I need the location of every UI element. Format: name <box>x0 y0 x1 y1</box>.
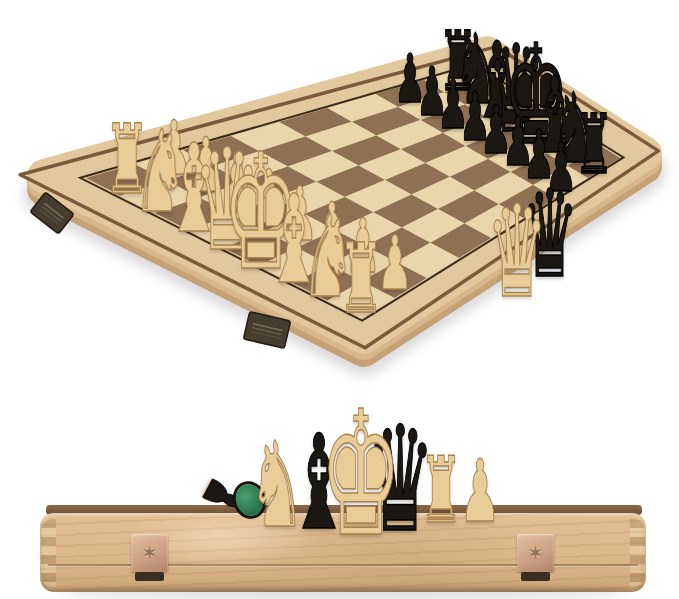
case-latch-right: ✶ <box>517 534 554 572</box>
product-photo-stage: ♜♞♟♝♟♛♟♚♟♝♟♞♟♜♟♟♜♟♟♞♟♝♟♟♛♟♚♟♝♟♞♜ ♛♛ ✶ ✶ … <box>0 0 679 599</box>
star-engraving-icon: ✶ <box>527 541 544 565</box>
case-finger-joint-right <box>630 519 645 587</box>
case-latch-slot-left <box>135 572 164 581</box>
case-latch-left: ✶ <box>131 534 168 572</box>
case-latch-slot-right <box>521 572 550 581</box>
case-shadow <box>58 588 630 598</box>
star-engraving-icon: ✶ <box>141 541 158 565</box>
case-finger-joint-left <box>41 519 56 587</box>
